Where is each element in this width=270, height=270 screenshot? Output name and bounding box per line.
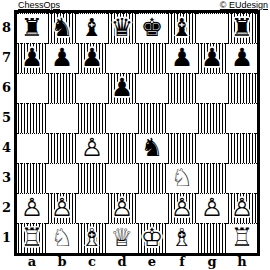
piece-glyph: ♙ bbox=[17, 193, 47, 223]
piece-white-pawn[interactable]: ♟♙ bbox=[167, 194, 197, 224]
square-a1[interactable]: ♜♖ bbox=[17, 223, 47, 253]
piece-white-bishop[interactable]: ♝♗ bbox=[77, 224, 107, 254]
piece-glyph: ♖ bbox=[227, 223, 257, 253]
square-d3[interactable] bbox=[107, 163, 137, 193]
square-h8[interactable]: ♜♜ bbox=[227, 13, 257, 43]
square-b7[interactable]: ♟♟ bbox=[47, 43, 77, 73]
piece-glyph: ♞ bbox=[47, 13, 77, 43]
square-f1[interactable]: ♝♗ bbox=[167, 223, 197, 253]
piece-glyph: ♝ bbox=[167, 13, 197, 43]
piece-glyph: ♝ bbox=[77, 13, 107, 43]
square-h2[interactable]: ♟♙ bbox=[227, 193, 257, 223]
square-g8[interactable] bbox=[197, 13, 227, 43]
piece-glyph: ♟ bbox=[17, 43, 47, 73]
square-f4[interactable] bbox=[167, 133, 197, 163]
rank-labels: 87654321 bbox=[0, 13, 14, 253]
square-c6[interactable] bbox=[77, 73, 107, 103]
rank-label-6: 6 bbox=[0, 73, 13, 103]
rank-label-4: 4 bbox=[0, 133, 13, 163]
square-a4[interactable] bbox=[17, 133, 47, 163]
piece-glyph: ♔ bbox=[137, 223, 167, 253]
square-d4[interactable] bbox=[107, 133, 137, 163]
square-e5[interactable] bbox=[137, 103, 167, 133]
piece-glyph: ♟ bbox=[167, 43, 197, 73]
piece-white-queen[interactable]: ♛♕ bbox=[107, 224, 137, 254]
piece-glyph: ♙ bbox=[47, 193, 77, 223]
square-b8[interactable]: ♞♞ bbox=[47, 13, 77, 43]
square-h4[interactable] bbox=[227, 133, 257, 163]
file-label-d: d bbox=[107, 255, 137, 269]
square-f8[interactable]: ♝♝ bbox=[167, 13, 197, 43]
square-d2[interactable]: ♟♙ bbox=[107, 193, 137, 223]
piece-white-pawn[interactable]: ♟♙ bbox=[17, 194, 47, 224]
square-h6[interactable] bbox=[227, 73, 257, 103]
piece-black-pawn[interactable]: ♟♟ bbox=[227, 44, 257, 74]
square-g2[interactable]: ♟♙ bbox=[197, 193, 227, 223]
square-d7[interactable] bbox=[107, 43, 137, 73]
square-d1[interactable]: ♛♕ bbox=[107, 223, 137, 253]
square-b2[interactable]: ♟♙ bbox=[47, 193, 77, 223]
rank-label-7: 7 bbox=[0, 43, 13, 73]
square-h7[interactable]: ♟♟ bbox=[227, 43, 257, 73]
file-label-e: e bbox=[137, 255, 167, 269]
piece-black-pawn[interactable]: ♟♟ bbox=[167, 44, 197, 74]
square-h5[interactable] bbox=[227, 103, 257, 133]
piece-glyph: ♕ bbox=[107, 223, 137, 253]
square-g7[interactable]: ♟♟ bbox=[197, 43, 227, 73]
piece-white-rook[interactable]: ♜♖ bbox=[17, 224, 47, 254]
square-c3[interactable] bbox=[77, 163, 107, 193]
piece-black-queen[interactable]: ♛♛ bbox=[107, 14, 137, 44]
square-e6[interactable] bbox=[137, 73, 167, 103]
piece-black-rook[interactable]: ♜♜ bbox=[17, 14, 47, 44]
piece-glyph: ♘ bbox=[47, 223, 77, 253]
square-a2[interactable]: ♟♙ bbox=[17, 193, 47, 223]
piece-glyph: ♟ bbox=[77, 43, 107, 73]
file-label-f: f bbox=[167, 255, 197, 269]
square-e2[interactable] bbox=[137, 193, 167, 223]
square-d8[interactable]: ♛♛ bbox=[107, 13, 137, 43]
piece-glyph: ♗ bbox=[77, 223, 107, 253]
copyright-link[interactable]: © EUdesign bbox=[220, 0, 268, 10]
square-h3[interactable] bbox=[227, 163, 257, 193]
square-a3[interactable] bbox=[17, 163, 47, 193]
file-label-b: b bbox=[47, 255, 77, 269]
square-a8[interactable]: ♜♜ bbox=[17, 13, 47, 43]
piece-black-pawn[interactable]: ♟♟ bbox=[77, 44, 107, 74]
piece-glyph: ♘ bbox=[167, 163, 197, 193]
file-labels: abcdefgh bbox=[17, 255, 257, 269]
piece-black-king[interactable]: ♚♚ bbox=[137, 14, 167, 44]
piece-white-king[interactable]: ♚♔ bbox=[137, 224, 167, 254]
square-c5[interactable] bbox=[77, 103, 107, 133]
piece-black-bishop[interactable]: ♝♝ bbox=[77, 14, 107, 44]
rank-label-1: 1 bbox=[0, 223, 13, 253]
piece-white-pawn[interactable]: ♟♙ bbox=[227, 194, 257, 224]
piece-glyph: ♟ bbox=[107, 73, 137, 103]
app-title-link[interactable]: ChessOps bbox=[18, 0, 60, 10]
piece-black-knight[interactable]: ♞♞ bbox=[137, 134, 167, 164]
square-b6[interactable] bbox=[47, 73, 77, 103]
piece-glyph: ♜ bbox=[227, 13, 257, 43]
square-a6[interactable] bbox=[17, 73, 47, 103]
piece-glyph: ♚ bbox=[137, 13, 167, 43]
piece-black-pawn[interactable]: ♟♟ bbox=[17, 44, 47, 74]
square-g3[interactable] bbox=[197, 163, 227, 193]
piece-black-pawn[interactable]: ♟♟ bbox=[197, 44, 227, 74]
file-label-g: g bbox=[197, 255, 227, 269]
square-c4[interactable]: ♟♙ bbox=[77, 133, 107, 163]
piece-black-pawn[interactable]: ♟♟ bbox=[107, 74, 137, 104]
piece-glyph: ♜ bbox=[17, 13, 47, 43]
square-f6[interactable] bbox=[167, 73, 197, 103]
square-g6[interactable] bbox=[197, 73, 227, 103]
square-c7[interactable]: ♟♟ bbox=[77, 43, 107, 73]
square-g5[interactable] bbox=[197, 103, 227, 133]
piece-white-bishop[interactable]: ♝♗ bbox=[167, 224, 197, 254]
square-b1[interactable]: ♞♘ bbox=[47, 223, 77, 253]
piece-white-knight[interactable]: ♞♘ bbox=[167, 164, 197, 194]
piece-white-rook[interactable]: ♜♖ bbox=[227, 224, 257, 254]
square-e7[interactable] bbox=[137, 43, 167, 73]
file-label-h: h bbox=[227, 255, 257, 269]
piece-glyph: ♟ bbox=[227, 43, 257, 73]
rank-label-5: 5 bbox=[0, 103, 13, 133]
rank-label-3: 3 bbox=[0, 163, 13, 193]
square-d5[interactable] bbox=[107, 103, 137, 133]
piece-glyph: ♛ bbox=[107, 13, 137, 43]
piece-black-bishop[interactable]: ♝♝ bbox=[167, 14, 197, 44]
piece-white-pawn[interactable]: ♟♙ bbox=[197, 194, 227, 224]
square-g4[interactable] bbox=[197, 133, 227, 163]
piece-glyph: ♙ bbox=[107, 193, 137, 223]
chessops-diagram: ChessOps © EUdesign ♜♜♞♞♝♝♛♛♚♚♝♝♜♜♟♟♟♟♟♟… bbox=[0, 0, 270, 270]
piece-glyph: ♙ bbox=[197, 193, 227, 223]
piece-black-knight[interactable]: ♞♞ bbox=[47, 14, 77, 44]
square-f7[interactable]: ♟♟ bbox=[167, 43, 197, 73]
piece-glyph: ♙ bbox=[167, 193, 197, 223]
square-c1[interactable]: ♝♗ bbox=[77, 223, 107, 253]
square-e3[interactable] bbox=[137, 163, 167, 193]
square-e1[interactable]: ♚♔ bbox=[137, 223, 167, 253]
square-f5[interactable] bbox=[167, 103, 197, 133]
file-label-c: c bbox=[77, 255, 107, 269]
square-e8[interactable]: ♚♚ bbox=[137, 13, 167, 43]
square-a5[interactable] bbox=[17, 103, 47, 133]
piece-glyph: ♟ bbox=[197, 43, 227, 73]
square-c8[interactable]: ♝♝ bbox=[77, 13, 107, 43]
square-d6[interactable]: ♟♟ bbox=[107, 73, 137, 103]
rank-label-2: 2 bbox=[0, 193, 13, 223]
piece-glyph: ♖ bbox=[17, 223, 47, 253]
square-c2[interactable] bbox=[77, 193, 107, 223]
piece-white-knight[interactable]: ♞♘ bbox=[47, 224, 77, 254]
square-g1[interactable] bbox=[197, 223, 227, 253]
square-a7[interactable]: ♟♟ bbox=[17, 43, 47, 73]
piece-white-pawn[interactable]: ♟♙ bbox=[107, 194, 137, 224]
piece-glyph: ♙ bbox=[227, 193, 257, 223]
square-h1[interactable]: ♜♖ bbox=[227, 223, 257, 253]
chess-board: ♜♜♞♞♝♝♛♛♚♚♝♝♜♜♟♟♟♟♟♟♟♟♟♟♟♟♟♟♟♙♞♞♞♘♟♙♟♙♟♙… bbox=[17, 13, 257, 253]
square-b5[interactable] bbox=[47, 103, 77, 133]
square-b3[interactable] bbox=[47, 163, 77, 193]
file-label-a: a bbox=[17, 255, 47, 269]
piece-black-pawn[interactable]: ♟♟ bbox=[47, 44, 77, 74]
piece-glyph: ♙ bbox=[77, 133, 107, 163]
piece-glyph: ♞ bbox=[137, 133, 167, 163]
square-e4[interactable]: ♞♞ bbox=[137, 133, 167, 163]
piece-glyph: ♗ bbox=[167, 223, 197, 253]
rank-label-8: 8 bbox=[0, 13, 13, 43]
piece-white-pawn[interactable]: ♟♙ bbox=[47, 194, 77, 224]
piece-white-pawn[interactable]: ♟♙ bbox=[77, 134, 107, 164]
board-frame: ♜♜♞♞♝♝♛♛♚♚♝♝♜♜♟♟♟♟♟♟♟♟♟♟♟♟♟♟♟♙♞♞♞♘♟♙♟♙♟♙… bbox=[14, 10, 260, 256]
piece-glyph: ♟ bbox=[47, 43, 77, 73]
piece-black-rook[interactable]: ♜♜ bbox=[227, 14, 257, 44]
square-f3[interactable]: ♞♘ bbox=[167, 163, 197, 193]
square-b4[interactable] bbox=[47, 133, 77, 163]
square-f2[interactable]: ♟♙ bbox=[167, 193, 197, 223]
